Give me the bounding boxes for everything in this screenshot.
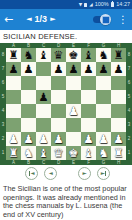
square-e4[interactable]: ♟ [66,104,81,118]
square-c2[interactable]: ♟ [36,132,51,146]
square-h3[interactable] [111,118,126,132]
coord-label: E [66,160,81,165]
piece-black-pawn: ♟ [68,62,78,76]
square-d1[interactable]: ♛ [51,146,66,160]
square-e7[interactable]: ♟ [66,62,81,76]
prev-page-icon[interactable]: ◄ [26,9,31,30]
prev-move-button[interactable]: ◄ [44,167,57,180]
square-g5[interactable] [96,90,111,104]
coord-label: G [96,160,111,165]
next-page-icon[interactable]: ► [50,9,55,30]
last-move-icon: ► [101,167,105,180]
piece-black-pawn: ♟ [83,62,93,76]
board-squares: ♜♞♝♛♚♝♞♜♟♟♟♟♟♟♟♟♟♟♟♟♟♟♟♟♜♞♝♛♚♝♞♜ [6,48,126,160]
square-e6[interactable] [66,76,81,90]
square-a2[interactable]: ♟ [6,132,21,146]
coord-label: 8 [126,48,132,62]
wifi-icon: ▼ [79,0,82,9]
square-h1[interactable]: ♜ [111,146,126,160]
square-f2[interactable]: ♟ [81,132,96,146]
square-c1[interactable]: ♝ [36,146,51,160]
square-a6[interactable] [6,76,21,90]
piece-white-queen: ♛ [53,146,63,160]
square-d6[interactable] [51,76,66,90]
square-f8[interactable]: ♝ [81,48,96,62]
piece-white-rook: ♜ [113,146,123,160]
square-d7[interactable]: ♟ [51,62,66,76]
opening-title: SICILIAN DEFENSE. [0,30,132,43]
last-move-button[interactable]: ► [97,167,110,180]
move-controls: ◄ ◄ ► ► [0,165,132,182]
status-bar: ▼ ◢ 100% 14:27 [0,0,132,9]
coord-label: 1 [126,146,132,160]
square-b6[interactable] [21,76,36,90]
opening-description: The Sicilian is one of the most popular … [0,182,131,219]
piece-white-pawn: ♟ [98,132,108,146]
page-navigator: ◄ 1/3 ► [26,9,55,30]
battery-percent: 100% [95,0,109,9]
square-h5[interactable] [111,90,126,104]
piece-black-pawn: ♟ [113,62,123,76]
rank-labels-right: 87654321 [126,48,132,160]
coord-label: 4 [126,104,132,118]
next-move-button[interactable]: ► [78,167,91,180]
square-d4[interactable] [51,104,66,118]
piece-white-knight: ♞ [98,146,108,160]
piece-white-pawn: ♟ [38,132,48,146]
square-a8[interactable]: ♜ [6,48,21,62]
square-a1[interactable]: ♜ [6,146,21,160]
piece-black-rook: ♜ [8,48,18,62]
piece-black-king: ♚ [68,48,78,62]
piece-white-pawn: ♟ [23,132,33,146]
piece-white-pawn: ♟ [53,132,63,146]
square-f6[interactable] [81,76,96,90]
square-g4[interactable] [96,104,111,118]
coord-label: 6 [126,76,132,90]
square-d5[interactable] [51,90,66,104]
square-g3[interactable] [96,118,111,132]
piece-white-pawn: ♟ [113,132,123,146]
square-g2[interactable]: ♟ [96,132,111,146]
coord-label: D [51,160,66,165]
square-h4[interactable] [111,104,126,118]
square-c6[interactable] [36,76,51,90]
page-indicator: 1/3 [35,9,48,30]
coord-label: B [21,160,36,165]
board-grid-icon [102,16,110,24]
square-f7[interactable]: ♟ [81,62,96,76]
square-a5[interactable] [6,90,21,104]
piece-black-queen: ♛ [53,48,63,62]
piece-black-pawn: ♟ [98,62,108,76]
square-e5[interactable] [66,90,81,104]
app-bar: ← ◄ 1/3 ► ⋮ [0,9,132,30]
piece-black-bishop: ♝ [38,48,48,62]
square-h6[interactable] [111,76,126,90]
square-c7[interactable] [36,62,51,76]
square-a4[interactable] [6,104,21,118]
piece-black-pawn: ♟ [23,62,33,76]
clock: 14:27 [116,0,130,9]
piece-white-pawn: ♟ [83,132,93,146]
square-e2[interactable] [66,132,81,146]
piece-white-knight: ♞ [23,146,33,160]
square-f1[interactable]: ♝ [81,146,96,160]
square-c8[interactable]: ♝ [36,48,51,62]
next-move-icon: ► [82,167,86,180]
coord-label: 5 [126,90,132,104]
square-d3[interactable] [51,118,66,132]
square-b1[interactable]: ♞ [21,146,36,160]
prev-move-icon: ◄ [48,167,52,180]
piece-black-knight: ♞ [98,48,108,62]
square-a7[interactable]: ♟ [6,62,21,76]
square-b8[interactable]: ♞ [21,48,36,62]
square-b5[interactable] [21,90,36,104]
square-e8[interactable]: ♚ [66,48,81,62]
square-a3[interactable] [6,118,21,132]
sim-icon [84,3,87,7]
square-d2[interactable]: ♟ [51,132,66,146]
coord-label: F [81,160,96,165]
coord-label: 2 [126,132,132,146]
piece-white-bishop: ♝ [83,146,93,160]
square-g7[interactable]: ♟ [96,62,111,76]
piece-white-pawn: ♟ [68,104,78,118]
piece-black-pawn: ♟ [8,62,18,76]
square-h8[interactable]: ♜ [111,48,126,62]
back-arrow-icon[interactable]: ← [4,9,13,30]
board-view-toggle[interactable] [93,14,111,25]
piece-black-pawn: ♟ [38,90,48,104]
first-move-icon: ◄ [30,167,34,180]
square-f4[interactable] [81,104,96,118]
square-c4[interactable] [36,104,51,118]
piece-black-rook: ♜ [113,48,123,62]
piece-black-pawn: ♟ [53,62,63,76]
coord-label: A [6,160,21,165]
chessboard: ABCDEFGH 87654321 87654321 ABCDEFGH ♜♞♝♛… [0,43,132,165]
piece-white-rook: ♜ [8,146,18,160]
square-f5[interactable] [81,90,96,104]
square-b7[interactable]: ♟ [21,62,36,76]
piece-white-king: ♚ [68,146,78,160]
square-d8[interactable]: ♛ [51,48,66,62]
signal-icon: ◢ [89,0,92,9]
square-c3[interactable] [36,118,51,132]
square-e3[interactable] [66,118,81,132]
square-g1[interactable]: ♞ [96,146,111,160]
coord-label: 3 [126,118,132,132]
square-g8[interactable]: ♞ [96,48,111,62]
coord-label: H [111,160,126,165]
square-b4[interactable] [21,104,36,118]
battery-icon [111,2,115,8]
overflow-menu-icon[interactable]: ⋮ [118,9,128,30]
square-h7[interactable]: ♟ [111,62,126,76]
coord-label: C [36,160,51,165]
square-c5[interactable]: ♟ [36,90,51,104]
first-move-button[interactable]: ◄ [25,167,38,180]
square-b2[interactable]: ♟ [21,132,36,146]
square-e1[interactable]: ♚ [66,146,81,160]
square-b3[interactable] [21,118,36,132]
coord-label: 7 [126,62,132,76]
toggle-thumb [100,14,111,25]
square-g6[interactable] [96,76,111,90]
file-labels-bottom: ABCDEFGH [6,160,126,165]
last-move-bar [105,171,106,176]
piece-white-bishop: ♝ [38,146,48,160]
piece-black-bishop: ♝ [83,48,93,62]
square-f3[interactable] [81,118,96,132]
square-h2[interactable]: ♟ [111,132,126,146]
piece-black-knight: ♞ [23,48,33,62]
piece-white-pawn: ♟ [8,132,18,146]
